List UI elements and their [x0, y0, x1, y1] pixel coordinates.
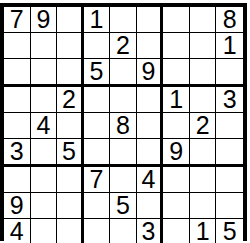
cell-r1c3[interactable]	[57, 7, 84, 33]
cell-r4c9[interactable]: 3	[216, 87, 243, 113]
cell-r8c9[interactable]	[216, 193, 243, 219]
cell-r9c6[interactable]: 3	[137, 219, 164, 243]
cell-r5c4[interactable]	[84, 113, 111, 139]
cell-r1c2[interactable]: 9	[31, 7, 58, 33]
cell-r8c3[interactable]	[57, 193, 84, 219]
cell-r1c6[interactable]	[137, 7, 164, 33]
cell-r7c2[interactable]	[31, 167, 58, 193]
cell-r5c9[interactable]	[216, 113, 243, 139]
cell-r3c2[interactable]	[31, 59, 58, 87]
cell-r2c7[interactable]	[163, 33, 190, 59]
cell-r6c3[interactable]: 5	[57, 139, 84, 167]
cell-r4c2[interactable]	[31, 87, 58, 113]
cell-r4c1[interactable]	[4, 87, 31, 113]
cell-r1c4[interactable]: 1	[84, 7, 111, 33]
cell-r7c6[interactable]: 4	[137, 167, 164, 193]
cell-r7c9[interactable]	[216, 167, 243, 193]
cell-r6c6[interactable]	[137, 139, 164, 167]
cell-r4c8[interactable]	[190, 87, 217, 113]
cell-r1c9[interactable]: 8	[216, 7, 243, 33]
cell-r3c6[interactable]: 9	[137, 59, 164, 87]
cell-r2c8[interactable]	[190, 33, 217, 59]
cell-r6c1[interactable]: 3	[4, 139, 31, 167]
cell-r8c1[interactable]: 9	[4, 193, 31, 219]
cell-r7c3[interactable]	[57, 167, 84, 193]
cell-r3c4[interactable]: 5	[84, 59, 111, 87]
cell-r6c8[interactable]	[190, 139, 217, 167]
cell-r2c1[interactable]	[4, 33, 31, 59]
cell-r6c7[interactable]: 9	[163, 139, 190, 167]
cell-r8c6[interactable]	[137, 193, 164, 219]
cell-r5c6[interactable]	[137, 113, 164, 139]
cell-r3c7[interactable]	[163, 59, 190, 87]
cell-r2c3[interactable]	[57, 33, 84, 59]
cell-r5c2[interactable]: 4	[31, 113, 58, 139]
sudoku-page: 7918215921348235974954315	[0, 0, 250, 243]
cell-r8c2[interactable]	[31, 193, 58, 219]
cell-r6c9[interactable]	[216, 139, 243, 167]
cell-r7c5[interactable]	[110, 167, 137, 193]
cell-r4c5[interactable]	[110, 87, 137, 113]
cell-r9c7[interactable]	[163, 219, 190, 243]
cell-r3c8[interactable]	[190, 59, 217, 87]
cell-r5c5[interactable]: 8	[110, 113, 137, 139]
cell-r2c9[interactable]: 1	[216, 33, 243, 59]
cell-r9c9[interactable]: 5	[216, 219, 243, 243]
cell-r1c7[interactable]	[163, 7, 190, 33]
cell-r3c1[interactable]	[4, 59, 31, 87]
cell-r9c5[interactable]	[110, 219, 137, 243]
cell-r2c2[interactable]	[31, 33, 58, 59]
cell-r3c9[interactable]	[216, 59, 243, 87]
cell-r5c3[interactable]	[57, 113, 84, 139]
cell-r1c5[interactable]	[110, 7, 137, 33]
cell-r7c1[interactable]	[4, 167, 31, 193]
cell-r5c7[interactable]	[163, 113, 190, 139]
cell-r7c8[interactable]	[190, 167, 217, 193]
cell-r9c1[interactable]: 4	[4, 219, 31, 243]
cell-r9c4[interactable]	[84, 219, 111, 243]
cell-r6c5[interactable]	[110, 139, 137, 167]
cell-r7c7[interactable]	[163, 167, 190, 193]
cell-r6c2[interactable]	[31, 139, 58, 167]
cell-r5c8[interactable]: 2	[190, 113, 217, 139]
cell-r8c7[interactable]	[163, 193, 190, 219]
cell-r5c1[interactable]	[4, 113, 31, 139]
cell-r1c1[interactable]: 7	[4, 7, 31, 33]
cell-r9c2[interactable]	[31, 219, 58, 243]
cell-r9c8[interactable]: 1	[190, 219, 217, 243]
cell-r4c3[interactable]: 2	[57, 87, 84, 113]
cell-r8c4[interactable]	[84, 193, 111, 219]
cell-r9c3[interactable]	[57, 219, 84, 243]
cell-r4c7[interactable]: 1	[163, 87, 190, 113]
cell-r2c6[interactable]	[137, 33, 164, 59]
cell-r4c4[interactable]	[84, 87, 111, 113]
cell-r7c4[interactable]: 7	[84, 167, 111, 193]
cell-r2c5[interactable]: 2	[110, 33, 137, 59]
cell-r8c8[interactable]	[190, 193, 217, 219]
sudoku-board: 7918215921348235974954315	[0, 3, 247, 241]
cell-r1c8[interactable]	[190, 7, 217, 33]
cell-r4c6[interactable]	[137, 87, 164, 113]
cell-r8c5[interactable]: 5	[110, 193, 137, 219]
cell-r2c4[interactable]	[84, 33, 111, 59]
cell-r3c5[interactable]	[110, 59, 137, 87]
cell-r3c3[interactable]	[57, 59, 84, 87]
cell-r6c4[interactable]	[84, 139, 111, 167]
